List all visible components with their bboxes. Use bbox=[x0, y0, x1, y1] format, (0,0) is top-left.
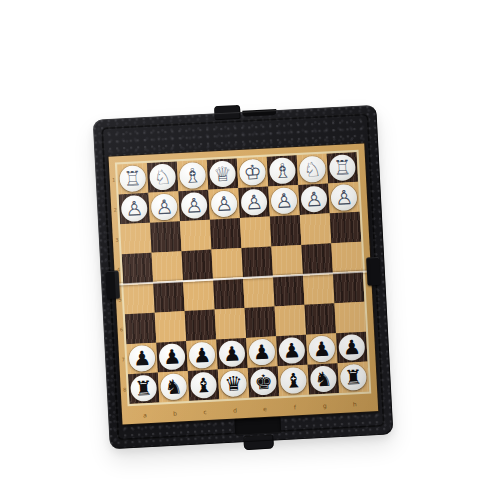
square-f4 bbox=[271, 245, 303, 277]
square-c8: ♝ bbox=[188, 369, 220, 401]
white-pawn-disc: ♙ bbox=[330, 184, 357, 211]
square-h5 bbox=[333, 272, 365, 304]
white-pawn-disc: ♙ bbox=[240, 189, 267, 216]
black-pawn-disc: ♟ bbox=[128, 345, 155, 372]
square-b7: ♟ bbox=[156, 341, 188, 373]
white-rook-disc: ♖ bbox=[329, 154, 356, 181]
white-queen-disc: ♕ bbox=[209, 160, 236, 187]
white-pawn-disc: ♙ bbox=[300, 186, 327, 213]
rank-label-1: 1 bbox=[109, 164, 119, 194]
file-label-d: d bbox=[220, 404, 251, 418]
product-photo: 12345678 ♖♘♗♕♔♗♘♖♙♙♙♙♙♙♙♙♟♟♟♟♟♟♟♟♜♞♝♛♚♝♞… bbox=[0, 0, 500, 500]
black-knight-disc: ♞ bbox=[310, 365, 337, 392]
square-f3 bbox=[270, 215, 302, 247]
square-a5 bbox=[123, 283, 155, 315]
black-pawn-disc: ♟ bbox=[278, 337, 305, 364]
square-g8: ♞ bbox=[308, 363, 340, 395]
square-h2: ♙ bbox=[328, 182, 360, 214]
square-d5 bbox=[213, 278, 245, 310]
square-e2: ♙ bbox=[238, 187, 270, 219]
rank-label-8: 8 bbox=[120, 374, 130, 404]
square-e3 bbox=[240, 217, 272, 249]
white-knight-disc: ♘ bbox=[149, 163, 176, 190]
white-pawn-disc: ♙ bbox=[181, 192, 208, 219]
black-queen-disc: ♛ bbox=[220, 370, 247, 397]
bottom-clasp-tab bbox=[243, 435, 274, 451]
square-e5 bbox=[243, 276, 275, 308]
rank-label-3: 3 bbox=[112, 224, 122, 254]
square-b8: ♞ bbox=[158, 371, 190, 403]
white-rook-disc: ♖ bbox=[119, 165, 146, 192]
square-f2: ♙ bbox=[268, 185, 300, 217]
square-b4 bbox=[152, 251, 184, 283]
square-g4 bbox=[301, 243, 333, 275]
black-pawn-disc: ♟ bbox=[308, 335, 335, 362]
black-bishop-disc: ♝ bbox=[280, 367, 307, 394]
square-g7: ♟ bbox=[306, 333, 338, 365]
top-clasp-tab bbox=[214, 105, 241, 120]
white-pawn-disc: ♙ bbox=[270, 187, 297, 214]
black-pawn-disc: ♟ bbox=[158, 343, 185, 370]
square-a6 bbox=[125, 313, 157, 345]
black-king-disc: ♚ bbox=[250, 368, 277, 395]
square-h8: ♜ bbox=[338, 362, 370, 394]
chess-board: 12345678 ♖♘♗♕♔♗♘♖♙♙♙♙♙♙♙♙♟♟♟♟♟♟♟♟♜♞♝♛♚♝♞… bbox=[109, 143, 379, 424]
top-clasp-notch bbox=[242, 109, 276, 117]
square-d6 bbox=[215, 308, 247, 340]
square-f5 bbox=[273, 275, 305, 307]
square-b5 bbox=[153, 281, 185, 313]
square-e1: ♔ bbox=[237, 157, 269, 189]
right-hinge bbox=[366, 257, 380, 286]
black-pawn-disc: ♟ bbox=[188, 342, 215, 369]
white-pawn-disc: ♙ bbox=[121, 195, 148, 222]
square-b2: ♙ bbox=[148, 191, 180, 223]
square-b3 bbox=[150, 221, 182, 253]
black-pawn-disc: ♟ bbox=[248, 338, 275, 365]
square-a7: ♟ bbox=[126, 343, 158, 375]
square-h6 bbox=[334, 302, 366, 334]
square-f7: ♟ bbox=[276, 335, 308, 367]
file-label-a: a bbox=[130, 409, 161, 423]
square-e7: ♟ bbox=[246, 336, 278, 368]
square-g2: ♙ bbox=[298, 183, 330, 215]
square-c7: ♟ bbox=[186, 339, 218, 371]
white-knight-disc: ♘ bbox=[299, 156, 326, 183]
black-knight-disc: ♞ bbox=[160, 373, 187, 400]
square-a2: ♙ bbox=[119, 193, 151, 225]
file-label-b: b bbox=[160, 407, 191, 421]
square-c4 bbox=[182, 250, 214, 282]
square-d8: ♛ bbox=[218, 368, 250, 400]
white-pawn-disc: ♙ bbox=[151, 193, 178, 220]
file-label-c: c bbox=[190, 405, 221, 419]
square-d2: ♙ bbox=[208, 188, 240, 220]
rank-label-2: 2 bbox=[111, 194, 121, 224]
square-g6 bbox=[305, 303, 337, 335]
square-f1: ♗ bbox=[267, 155, 299, 187]
square-h4 bbox=[331, 242, 363, 274]
chess-case: 12345678 ♖♘♗♕♔♗♘♖♙♙♙♙♙♙♙♙♟♟♟♟♟♟♟♟♜♞♝♛♚♝♞… bbox=[93, 105, 394, 449]
white-bishop-disc: ♗ bbox=[269, 157, 296, 184]
square-c5 bbox=[183, 280, 215, 312]
square-d4 bbox=[212, 248, 244, 280]
bottom-latch-recess bbox=[234, 415, 281, 435]
black-pawn-disc: ♟ bbox=[338, 334, 365, 361]
rank-label-7: 7 bbox=[118, 344, 128, 374]
square-a8: ♜ bbox=[128, 373, 160, 405]
square-e8: ♚ bbox=[248, 366, 280, 398]
white-king-disc: ♔ bbox=[239, 159, 266, 186]
left-hinge bbox=[106, 271, 120, 300]
square-d3 bbox=[210, 218, 242, 250]
square-h1: ♖ bbox=[327, 152, 359, 184]
square-g1: ♘ bbox=[297, 153, 329, 185]
black-pawn-disc: ♟ bbox=[218, 340, 245, 367]
square-d7: ♟ bbox=[216, 338, 248, 370]
black-bishop-disc: ♝ bbox=[190, 372, 217, 399]
square-f8: ♝ bbox=[278, 365, 310, 397]
square-c2: ♙ bbox=[178, 190, 210, 222]
square-e4 bbox=[241, 246, 273, 278]
square-c3 bbox=[180, 220, 212, 252]
square-c6 bbox=[185, 310, 217, 342]
square-d1: ♕ bbox=[207, 158, 239, 190]
square-g3 bbox=[300, 213, 332, 245]
square-b6 bbox=[155, 311, 187, 343]
white-pawn-disc: ♙ bbox=[210, 190, 237, 217]
square-e6 bbox=[245, 306, 277, 338]
black-rook-disc: ♜ bbox=[130, 375, 157, 402]
file-label-e: e bbox=[250, 402, 281, 416]
square-a3 bbox=[120, 223, 152, 255]
file-label-h: h bbox=[340, 398, 371, 412]
file-label-f: f bbox=[280, 401, 311, 415]
square-g5 bbox=[303, 273, 335, 305]
square-h7: ♟ bbox=[336, 332, 368, 364]
square-a4 bbox=[122, 253, 154, 285]
white-bishop-disc: ♗ bbox=[179, 162, 206, 189]
square-a1: ♖ bbox=[117, 163, 149, 195]
square-c1: ♗ bbox=[177, 160, 209, 192]
square-f6 bbox=[275, 305, 307, 337]
file-label-g: g bbox=[310, 399, 341, 413]
black-rook-disc: ♜ bbox=[340, 364, 367, 391]
square-h3 bbox=[330, 212, 362, 244]
rank-label-6: 6 bbox=[117, 314, 127, 344]
square-b1: ♘ bbox=[147, 161, 179, 193]
